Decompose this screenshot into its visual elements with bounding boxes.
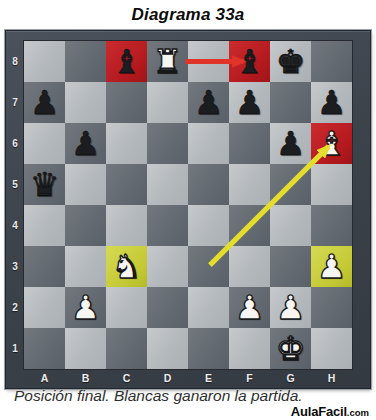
- square-f8[interactable]: ♝: [229, 41, 270, 82]
- file-label-h: H: [311, 369, 352, 386]
- piece-white-rook: ♜: [153, 41, 183, 82]
- square-a7[interactable]: ♟: [24, 82, 65, 123]
- rank-labels: 87654321: [6, 41, 24, 369]
- square-h4[interactable]: [311, 205, 352, 246]
- square-h5[interactable]: [311, 164, 352, 205]
- piece-black-king: ♚: [276, 41, 306, 82]
- square-c5[interactable]: [106, 164, 147, 205]
- square-h3[interactable]: ♟: [311, 246, 352, 287]
- square-h8[interactable]: [311, 41, 352, 82]
- piece-black-bishop: ♝: [112, 41, 142, 82]
- square-d8[interactable]: ♜: [147, 41, 188, 82]
- piece-white-pawn: ♟: [276, 287, 306, 328]
- square-d5[interactable]: [147, 164, 188, 205]
- square-f7[interactable]: ♟: [229, 82, 270, 123]
- board-frame: 87654321 ♝♜♝♚♟♟♟♟♟♟♝♛♞♟♟♟♟♚ ABCDEFGH: [6, 31, 370, 388]
- rank-label-3: 3: [6, 246, 24, 287]
- square-e3[interactable]: [188, 246, 229, 287]
- piece-white-pawn: ♟: [71, 287, 101, 328]
- square-g3[interactable]: [270, 246, 311, 287]
- square-a8[interactable]: [24, 41, 65, 82]
- square-e1[interactable]: [188, 328, 229, 369]
- square-a4[interactable]: [24, 205, 65, 246]
- square-d6[interactable]: [147, 123, 188, 164]
- square-h2[interactable]: [311, 287, 352, 328]
- piece-black-queen: ♛: [30, 164, 60, 205]
- file-label-c: C: [106, 369, 147, 386]
- logo-brand-text: AulaFacil: [291, 404, 347, 419]
- page-title: Diagrama 33a: [0, 5, 376, 25]
- file-labels: ABCDEFGH: [24, 369, 352, 386]
- rank-label-7: 7: [6, 82, 24, 123]
- square-b4[interactable]: [65, 205, 106, 246]
- square-d3[interactable]: [147, 246, 188, 287]
- square-a6[interactable]: [24, 123, 65, 164]
- piece-black-pawn: ♟: [194, 82, 224, 123]
- square-h7[interactable]: ♟: [311, 82, 352, 123]
- rank-label-5: 5: [6, 164, 24, 205]
- square-h6[interactable]: ♝: [311, 123, 352, 164]
- square-c6[interactable]: [106, 123, 147, 164]
- square-c4[interactable]: [106, 205, 147, 246]
- square-g6[interactable]: ♟: [270, 123, 311, 164]
- square-b6[interactable]: ♟: [65, 123, 106, 164]
- square-c8[interactable]: ♝: [106, 41, 147, 82]
- square-c1[interactable]: [106, 328, 147, 369]
- square-d1[interactable]: [147, 328, 188, 369]
- board-grid: ♝♜♝♚♟♟♟♟♟♟♝♛♞♟♟♟♟♚: [24, 41, 352, 369]
- square-f1[interactable]: [229, 328, 270, 369]
- chess-board: 87654321 ♝♜♝♚♟♟♟♟♟♟♝♛♞♟♟♟♟♚ ABCDEFGH: [6, 31, 370, 388]
- file-label-g: G: [270, 369, 311, 386]
- square-b2[interactable]: ♟: [65, 287, 106, 328]
- piece-black-pawn: ♟: [276, 123, 306, 164]
- square-g7[interactable]: [270, 82, 311, 123]
- square-b1[interactable]: [65, 328, 106, 369]
- square-c2[interactable]: [106, 287, 147, 328]
- square-a2[interactable]: [24, 287, 65, 328]
- piece-white-bishop: ♝: [317, 123, 347, 164]
- square-b7[interactable]: [65, 82, 106, 123]
- file-label-e: E: [188, 369, 229, 386]
- square-e4[interactable]: [188, 205, 229, 246]
- square-e8[interactable]: [188, 41, 229, 82]
- aulafacil-logo: AulaFacil.com: [287, 402, 369, 420]
- file-label-b: B: [65, 369, 106, 386]
- square-g8[interactable]: ♚: [270, 41, 311, 82]
- square-f2[interactable]: ♟: [229, 287, 270, 328]
- board-grid-area: ♝♜♝♚♟♟♟♟♟♟♝♛♞♟♟♟♟♚: [24, 41, 352, 369]
- square-e2[interactable]: [188, 287, 229, 328]
- piece-black-pawn: ♟: [71, 123, 101, 164]
- square-e5[interactable]: [188, 164, 229, 205]
- piece-white-knight: ♞: [112, 246, 142, 287]
- square-d4[interactable]: [147, 205, 188, 246]
- square-d7[interactable]: [147, 82, 188, 123]
- file-label-d: D: [147, 369, 188, 386]
- square-a1[interactable]: [24, 328, 65, 369]
- square-g1[interactable]: ♚: [270, 328, 311, 369]
- square-b5[interactable]: [65, 164, 106, 205]
- square-c7[interactable]: [106, 82, 147, 123]
- logo-tld-text: .com: [347, 407, 369, 418]
- square-b3[interactable]: [65, 246, 106, 287]
- piece-black-bishop: ♝: [235, 41, 265, 82]
- square-f4[interactable]: [229, 205, 270, 246]
- piece-white-king: ♚: [276, 328, 306, 369]
- rank-label-1: 1: [6, 328, 24, 369]
- square-d2[interactable]: [147, 287, 188, 328]
- piece-black-pawn: ♟: [30, 82, 60, 123]
- square-g4[interactable]: [270, 205, 311, 246]
- piece-black-pawn: ♟: [235, 82, 265, 123]
- square-g5[interactable]: [270, 164, 311, 205]
- file-label-f: F: [229, 369, 270, 386]
- square-e7[interactable]: ♟: [188, 82, 229, 123]
- square-g2[interactable]: ♟: [270, 287, 311, 328]
- square-e6[interactable]: [188, 123, 229, 164]
- square-h1[interactable]: [311, 328, 352, 369]
- rank-label-8: 8: [6, 41, 24, 82]
- square-f6[interactable]: [229, 123, 270, 164]
- square-c3[interactable]: ♞: [106, 246, 147, 287]
- piece-white-pawn: ♟: [235, 287, 265, 328]
- square-f5[interactable]: [229, 164, 270, 205]
- square-a5[interactable]: ♛: [24, 164, 65, 205]
- rank-label-4: 4: [6, 205, 24, 246]
- file-label-a: A: [24, 369, 65, 386]
- square-b8[interactable]: [65, 41, 106, 82]
- rank-label-2: 2: [6, 287, 24, 328]
- piece-black-pawn: ♟: [317, 82, 347, 123]
- square-f3[interactable]: [229, 246, 270, 287]
- square-a3[interactable]: [24, 246, 65, 287]
- rank-label-6: 6: [6, 123, 24, 164]
- piece-white-pawn: ♟: [317, 246, 347, 287]
